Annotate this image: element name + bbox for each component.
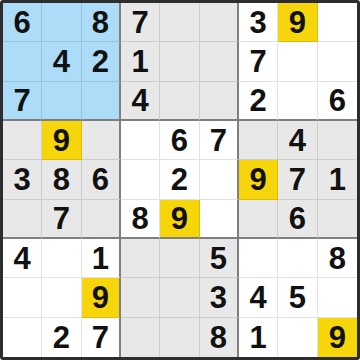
cell-r3c7[interactable]: 2	[239, 82, 278, 121]
cell-r1c5[interactable]	[160, 3, 199, 42]
cell-r9c2[interactable]: 2	[42, 318, 81, 357]
cell-r7c6[interactable]: 5	[200, 239, 239, 278]
cell-r2c1[interactable]	[3, 42, 42, 81]
cell-r5c3[interactable]: 6	[82, 160, 121, 199]
cell-r7c4[interactable]	[121, 239, 160, 278]
cell-r7c3[interactable]: 1	[82, 239, 121, 278]
cell-r4c7[interactable]	[239, 121, 278, 160]
cell-r1c4[interactable]: 7	[121, 3, 160, 42]
cell-r4c2[interactable]: 9	[42, 121, 81, 160]
cell-r2c6[interactable]	[200, 42, 239, 81]
cell-r3c9[interactable]: 6	[318, 82, 357, 121]
cell-r8c7[interactable]: 4	[239, 278, 278, 317]
cell-r3c8[interactable]	[278, 82, 317, 121]
cell-r7c9[interactable]: 8	[318, 239, 357, 278]
cell-r9c5[interactable]	[160, 318, 199, 357]
cell-r2c2[interactable]: 4	[42, 42, 81, 81]
cell-r8c8[interactable]: 5	[278, 278, 317, 317]
cell-r6c1[interactable]	[3, 200, 42, 239]
cell-r1c2[interactable]	[42, 3, 81, 42]
cell-r7c7[interactable]	[239, 239, 278, 278]
cell-r9c9[interactable]: 9	[318, 318, 357, 357]
cell-r5c9[interactable]: 1	[318, 160, 357, 199]
cell-r8c9[interactable]	[318, 278, 357, 317]
cell-r6c4[interactable]: 8	[121, 200, 160, 239]
cell-r5c2[interactable]: 8	[42, 160, 81, 199]
cell-r3c5[interactable]	[160, 82, 199, 121]
cell-r4c8[interactable]: 4	[278, 121, 317, 160]
cell-r3c6[interactable]	[200, 82, 239, 121]
cell-r1c8[interactable]: 9	[278, 3, 317, 42]
cell-r9c8[interactable]	[278, 318, 317, 357]
cell-r9c1[interactable]	[3, 318, 42, 357]
cell-r5c8[interactable]: 7	[278, 160, 317, 199]
cell-r8c6[interactable]: 3	[200, 278, 239, 317]
sudoku-board-frame: 6873942177426967438629717896415893452781…	[0, 0, 360, 360]
cell-r4c5[interactable]: 6	[160, 121, 199, 160]
cell-r6c7[interactable]	[239, 200, 278, 239]
cell-r3c1[interactable]: 7	[3, 82, 42, 121]
cell-r1c6[interactable]	[200, 3, 239, 42]
cell-r7c2[interactable]	[42, 239, 81, 278]
cell-r6c9[interactable]	[318, 200, 357, 239]
cell-r7c5[interactable]	[160, 239, 199, 278]
cell-r8c4[interactable]	[121, 278, 160, 317]
cell-r9c6[interactable]: 8	[200, 318, 239, 357]
cell-r4c4[interactable]	[121, 121, 160, 160]
cell-r2c8[interactable]	[278, 42, 317, 81]
cell-r9c4[interactable]	[121, 318, 160, 357]
cell-r4c3[interactable]	[82, 121, 121, 160]
cell-r5c1[interactable]: 3	[3, 160, 42, 199]
cell-r1c1[interactable]: 6	[3, 3, 42, 42]
cell-r1c7[interactable]: 3	[239, 3, 278, 42]
cell-r4c6[interactable]: 7	[200, 121, 239, 160]
cell-r4c9[interactable]	[318, 121, 357, 160]
cell-r6c5[interactable]: 9	[160, 200, 199, 239]
cell-r2c7[interactable]: 7	[239, 42, 278, 81]
cell-r8c1[interactable]	[3, 278, 42, 317]
cell-r2c5[interactable]	[160, 42, 199, 81]
cell-r7c1[interactable]: 4	[3, 239, 42, 278]
cell-r2c3[interactable]: 2	[82, 42, 121, 81]
cell-r5c7[interactable]: 9	[239, 160, 278, 199]
cell-r8c2[interactable]	[42, 278, 81, 317]
sudoku-board: 6873942177426967438629717896415893452781…	[3, 3, 357, 357]
cell-r6c8[interactable]: 6	[278, 200, 317, 239]
cell-r2c9[interactable]	[318, 42, 357, 81]
cell-r9c7[interactable]: 1	[239, 318, 278, 357]
cell-r1c9[interactable]	[318, 3, 357, 42]
cell-r5c5[interactable]: 2	[160, 160, 199, 199]
cell-r3c4[interactable]: 4	[121, 82, 160, 121]
cell-r5c6[interactable]	[200, 160, 239, 199]
cell-r6c2[interactable]: 7	[42, 200, 81, 239]
cell-r8c3[interactable]: 9	[82, 278, 121, 317]
cell-r8c5[interactable]	[160, 278, 199, 317]
cell-r4c1[interactable]	[3, 121, 42, 160]
cell-r3c3[interactable]	[82, 82, 121, 121]
cell-r6c3[interactable]	[82, 200, 121, 239]
cell-r6c6[interactable]	[200, 200, 239, 239]
cell-r5c4[interactable]	[121, 160, 160, 199]
cell-r3c2[interactable]	[42, 82, 81, 121]
cell-r2c4[interactable]: 1	[121, 42, 160, 81]
cell-r9c3[interactable]: 7	[82, 318, 121, 357]
cell-r1c3[interactable]: 8	[82, 3, 121, 42]
cell-r7c8[interactable]	[278, 239, 317, 278]
